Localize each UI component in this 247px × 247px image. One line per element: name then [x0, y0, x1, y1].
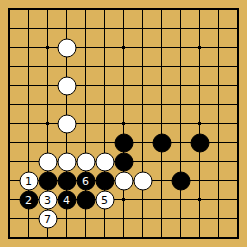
intersection-8-0[interactable] [152, 0, 171, 19]
black-stone [171, 171, 190, 190]
intersection-12-9[interactable] [228, 171, 247, 190]
hoshi-point [46, 46, 49, 49]
intersection-10-10[interactable] [190, 190, 209, 209]
intersection-12-6[interactable] [228, 114, 247, 133]
intersection-3-4[interactable] [57, 76, 76, 95]
move-number: 5 [101, 194, 108, 205]
hoshi-point [122, 46, 125, 49]
intersection-3-11[interactable] [57, 209, 76, 228]
black-stone [76, 190, 95, 209]
intersection-5-6[interactable] [95, 114, 114, 133]
hoshi-point [198, 198, 201, 201]
intersection-3-3[interactable] [57, 57, 76, 76]
intersection-3-10[interactable]: 4 [57, 190, 76, 209]
intersection-5-4[interactable] [95, 76, 114, 95]
intersection-12-1[interactable] [228, 19, 247, 38]
intersection-4-11[interactable] [76, 209, 95, 228]
intersection-10-8[interactable] [190, 152, 209, 171]
intersection-5-10[interactable]: 5 [95, 190, 114, 209]
intersection-11-11[interactable] [209, 209, 228, 228]
intersection-10-11[interactable] [190, 209, 209, 228]
intersection-2-7[interactable] [38, 133, 57, 152]
white-stone [95, 152, 114, 171]
intersection-4-3[interactable] [76, 57, 95, 76]
intersection-1-12[interactable] [19, 228, 38, 247]
hoshi-point [198, 46, 201, 49]
intersection-7-7[interactable] [133, 133, 152, 152]
intersection-6-12[interactable] [114, 228, 133, 247]
intersection-11-10[interactable] [209, 190, 228, 209]
intersection-6-5[interactable] [114, 95, 133, 114]
intersection-4-7[interactable] [76, 133, 95, 152]
hoshi-point [122, 122, 125, 125]
intersection-9-11[interactable] [171, 209, 190, 228]
intersection-11-12[interactable] [209, 228, 228, 247]
intersection-3-7[interactable] [57, 133, 76, 152]
move-number: 1 [25, 175, 32, 186]
intersection-5-7[interactable] [95, 133, 114, 152]
intersection-2-9[interactable] [38, 171, 57, 190]
intersection-12-12[interactable] [228, 228, 247, 247]
intersection-6-10[interactable] [114, 190, 133, 209]
intersection-11-6[interactable] [209, 114, 228, 133]
intersection-6-0[interactable] [114, 0, 133, 19]
intersection-4-4[interactable] [76, 76, 95, 95]
intersection-7-5[interactable] [133, 95, 152, 114]
intersection-1-6[interactable] [19, 114, 38, 133]
intersection-12-5[interactable] [228, 95, 247, 114]
intersection-3-6[interactable] [57, 114, 76, 133]
intersection-5-0[interactable] [95, 0, 114, 19]
intersection-1-3[interactable] [19, 57, 38, 76]
intersection-6-4[interactable] [114, 76, 133, 95]
intersection-3-2[interactable] [57, 38, 76, 57]
intersection-8-2[interactable] [152, 38, 171, 57]
intersection-5-1[interactable] [95, 19, 114, 38]
black-stone [114, 152, 133, 171]
intersection-11-5[interactable] [209, 95, 228, 114]
board-grid: 1623457 [0, 0, 247, 247]
intersection-12-7[interactable] [228, 133, 247, 152]
intersection-4-9[interactable]: 6 [76, 171, 95, 190]
black-stone [190, 133, 209, 152]
intersection-9-9[interactable] [171, 171, 190, 190]
intersection-11-0[interactable] [209, 0, 228, 19]
intersection-6-9[interactable] [114, 171, 133, 190]
intersection-0-2[interactable] [0, 38, 19, 57]
intersection-3-5[interactable] [57, 95, 76, 114]
black-stone: 4 [57, 190, 76, 209]
intersection-6-11[interactable] [114, 209, 133, 228]
intersection-7-0[interactable] [133, 0, 152, 19]
move-number: 2 [25, 194, 32, 205]
intersection-7-10[interactable] [133, 190, 152, 209]
white-stone: 3 [38, 190, 57, 209]
white-stone [57, 38, 76, 57]
white-stone: 1 [19, 171, 38, 190]
white-stone: 5 [95, 190, 114, 209]
intersection-3-9[interactable] [57, 171, 76, 190]
go-board: 1623457 [0, 0, 247, 247]
intersection-1-11[interactable] [19, 209, 38, 228]
intersection-4-12[interactable] [76, 228, 95, 247]
intersection-3-8[interactable] [57, 152, 76, 171]
intersection-3-0[interactable] [57, 0, 76, 19]
intersection-9-8[interactable] [171, 152, 190, 171]
intersection-2-8[interactable] [38, 152, 57, 171]
intersection-3-12[interactable] [57, 228, 76, 247]
intersection-4-1[interactable] [76, 19, 95, 38]
intersection-4-6[interactable] [76, 114, 95, 133]
intersection-11-2[interactable] [209, 38, 228, 57]
intersection-2-6[interactable] [38, 114, 57, 133]
black-stone: 6 [76, 171, 95, 190]
intersection-9-2[interactable] [171, 38, 190, 57]
intersection-5-5[interactable] [95, 95, 114, 114]
black-stone [114, 133, 133, 152]
intersection-10-4[interactable] [190, 76, 209, 95]
white-stone [57, 152, 76, 171]
intersection-5-11[interactable] [95, 209, 114, 228]
black-stone [57, 171, 76, 190]
intersection-0-1[interactable] [0, 19, 19, 38]
intersection-0-10[interactable] [0, 190, 19, 209]
intersection-7-4[interactable] [133, 76, 152, 95]
intersection-2-1[interactable] [38, 19, 57, 38]
intersection-8-6[interactable] [152, 114, 171, 133]
intersection-7-6[interactable] [133, 114, 152, 133]
white-stone [76, 152, 95, 171]
intersection-12-4[interactable] [228, 76, 247, 95]
move-number: 3 [44, 194, 51, 205]
intersection-10-9[interactable] [190, 171, 209, 190]
intersection-12-11[interactable] [228, 209, 247, 228]
intersection-5-9[interactable] [95, 171, 114, 190]
intersection-7-8[interactable] [133, 152, 152, 171]
intersection-0-5[interactable] [0, 95, 19, 114]
intersection-6-1[interactable] [114, 19, 133, 38]
intersection-8-3[interactable] [152, 57, 171, 76]
intersection-9-7[interactable] [171, 133, 190, 152]
intersection-6-3[interactable] [114, 57, 133, 76]
intersection-8-4[interactable] [152, 76, 171, 95]
intersection-12-8[interactable] [228, 152, 247, 171]
intersection-7-1[interactable] [133, 19, 152, 38]
intersection-9-6[interactable] [171, 114, 190, 133]
intersection-2-4[interactable] [38, 76, 57, 95]
intersection-7-11[interactable] [133, 209, 152, 228]
intersection-2-3[interactable] [38, 57, 57, 76]
intersection-11-8[interactable] [209, 152, 228, 171]
intersection-11-3[interactable] [209, 57, 228, 76]
hoshi-point [198, 122, 201, 125]
intersection-8-1[interactable] [152, 19, 171, 38]
intersection-11-7[interactable] [209, 133, 228, 152]
intersection-1-0[interactable] [19, 0, 38, 19]
intersection-2-0[interactable] [38, 0, 57, 19]
intersection-7-12[interactable] [133, 228, 152, 247]
intersection-2-10[interactable]: 3 [38, 190, 57, 209]
intersection-8-7[interactable] [152, 133, 171, 152]
intersection-9-10[interactable] [171, 190, 190, 209]
intersection-10-12[interactable] [190, 228, 209, 247]
intersection-1-2[interactable] [19, 38, 38, 57]
intersection-0-4[interactable] [0, 76, 19, 95]
intersection-5-12[interactable] [95, 228, 114, 247]
move-number: 6 [82, 175, 89, 186]
intersection-2-12[interactable] [38, 228, 57, 247]
intersection-8-11[interactable] [152, 209, 171, 228]
intersection-8-12[interactable] [152, 228, 171, 247]
intersection-11-4[interactable] [209, 76, 228, 95]
intersection-10-5[interactable] [190, 95, 209, 114]
intersection-6-6[interactable] [114, 114, 133, 133]
intersection-8-8[interactable] [152, 152, 171, 171]
intersection-4-5[interactable] [76, 95, 95, 114]
intersection-6-2[interactable] [114, 38, 133, 57]
intersection-2-11[interactable]: 7 [38, 209, 57, 228]
intersection-7-3[interactable] [133, 57, 152, 76]
intersection-10-3[interactable] [190, 57, 209, 76]
intersection-9-5[interactable] [171, 95, 190, 114]
intersection-10-6[interactable] [190, 114, 209, 133]
intersection-3-1[interactable] [57, 19, 76, 38]
intersection-12-0[interactable] [228, 0, 247, 19]
black-stone [152, 133, 171, 152]
intersection-10-1[interactable] [190, 19, 209, 38]
intersection-0-7[interactable] [0, 133, 19, 152]
intersection-8-10[interactable] [152, 190, 171, 209]
intersection-8-9[interactable] [152, 171, 171, 190]
intersection-10-2[interactable] [190, 38, 209, 57]
intersection-11-1[interactable] [209, 19, 228, 38]
intersection-1-9[interactable]: 1 [19, 171, 38, 190]
intersection-0-0[interactable] [0, 0, 19, 19]
intersection-1-8[interactable] [19, 152, 38, 171]
intersection-4-10[interactable] [76, 190, 95, 209]
intersection-1-4[interactable] [19, 76, 38, 95]
intersection-5-8[interactable] [95, 152, 114, 171]
intersection-8-5[interactable] [152, 95, 171, 114]
intersection-1-1[interactable] [19, 19, 38, 38]
intersection-6-8[interactable] [114, 152, 133, 171]
intersection-6-7[interactable] [114, 133, 133, 152]
intersection-10-7[interactable] [190, 133, 209, 152]
move-number: 4 [63, 194, 70, 205]
intersection-1-5[interactable] [19, 95, 38, 114]
intersection-9-0[interactable] [171, 0, 190, 19]
move-number: 7 [44, 213, 51, 224]
intersection-5-2[interactable] [95, 38, 114, 57]
intersection-1-10[interactable]: 2 [19, 190, 38, 209]
white-stone [114, 171, 133, 190]
white-stone: 7 [38, 209, 57, 228]
intersection-10-0[interactable] [190, 0, 209, 19]
intersection-12-10[interactable] [228, 190, 247, 209]
intersection-0-12[interactable] [0, 228, 19, 247]
intersection-0-8[interactable] [0, 152, 19, 171]
black-stone [38, 171, 57, 190]
intersection-9-12[interactable] [171, 228, 190, 247]
white-stone [38, 152, 57, 171]
intersection-0-6[interactable] [0, 114, 19, 133]
white-stone [133, 171, 152, 190]
intersection-1-7[interactable] [19, 133, 38, 152]
intersection-4-0[interactable] [76, 0, 95, 19]
intersection-0-11[interactable] [0, 209, 19, 228]
hoshi-point [46, 122, 49, 125]
intersection-4-2[interactable] [76, 38, 95, 57]
intersection-0-9[interactable] [0, 171, 19, 190]
intersection-7-9[interactable] [133, 171, 152, 190]
intersection-2-5[interactable] [38, 95, 57, 114]
intersection-2-2[interactable] [38, 38, 57, 57]
intersection-7-2[interactable] [133, 38, 152, 57]
white-stone [57, 76, 76, 95]
intersection-12-2[interactable] [228, 38, 247, 57]
intersection-12-3[interactable] [228, 57, 247, 76]
intersection-0-3[interactable] [0, 57, 19, 76]
black-stone: 2 [19, 190, 38, 209]
intersection-5-3[interactable] [95, 57, 114, 76]
intersection-11-9[interactable] [209, 171, 228, 190]
white-stone [57, 114, 76, 133]
hoshi-point [122, 198, 125, 201]
intersection-9-3[interactable] [171, 57, 190, 76]
black-stone [95, 171, 114, 190]
intersection-9-1[interactable] [171, 19, 190, 38]
intersection-9-4[interactable] [171, 76, 190, 95]
intersection-4-8[interactable] [76, 152, 95, 171]
